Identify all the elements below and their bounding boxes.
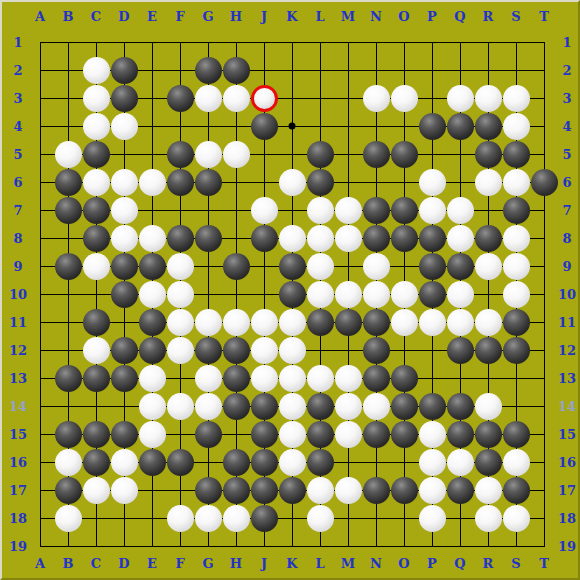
point-L6[interactable] (306, 168, 334, 196)
point-E1[interactable] (138, 28, 166, 56)
point-O14[interactable] (390, 392, 418, 420)
point-F6[interactable] (166, 168, 194, 196)
point-P9[interactable] (418, 252, 446, 280)
point-C11[interactable] (82, 308, 110, 336)
point-G17[interactable] (194, 476, 222, 504)
point-C14[interactable] (82, 392, 110, 420)
point-C18[interactable] (82, 504, 110, 532)
point-O5[interactable] (390, 140, 418, 168)
point-R7[interactable] (474, 196, 502, 224)
point-N5[interactable] (362, 140, 390, 168)
point-L19[interactable] (306, 532, 334, 560)
point-J6[interactable] (250, 168, 278, 196)
point-R4[interactable] (474, 112, 502, 140)
point-L3[interactable] (306, 84, 334, 112)
point-G13[interactable] (194, 364, 222, 392)
point-B18[interactable] (54, 504, 82, 532)
point-R10[interactable] (474, 280, 502, 308)
point-H19[interactable] (222, 532, 250, 560)
point-J9[interactable] (250, 252, 278, 280)
point-D1[interactable] (110, 28, 138, 56)
point-M19[interactable] (334, 532, 362, 560)
point-A1[interactable] (26, 28, 54, 56)
point-N15[interactable] (362, 420, 390, 448)
point-D2[interactable] (110, 56, 138, 84)
point-R17[interactable] (474, 476, 502, 504)
point-A9[interactable] (26, 252, 54, 280)
point-A12[interactable] (26, 336, 54, 364)
point-N4[interactable] (362, 112, 390, 140)
point-K16[interactable] (278, 448, 306, 476)
point-F12[interactable] (166, 336, 194, 364)
point-G3[interactable] (194, 84, 222, 112)
point-S10[interactable] (502, 280, 530, 308)
point-T8[interactable] (530, 224, 558, 252)
point-D18[interactable] (110, 504, 138, 532)
point-Q17[interactable] (446, 476, 474, 504)
point-M12[interactable] (334, 336, 362, 364)
point-A13[interactable] (26, 364, 54, 392)
point-H13[interactable] (222, 364, 250, 392)
point-B12[interactable] (54, 336, 82, 364)
point-S3[interactable] (502, 84, 530, 112)
point-O15[interactable] (390, 420, 418, 448)
point-K9[interactable] (278, 252, 306, 280)
point-H5[interactable] (222, 140, 250, 168)
point-F1[interactable] (166, 28, 194, 56)
point-A16[interactable] (26, 448, 54, 476)
point-E9[interactable] (138, 252, 166, 280)
point-L9[interactable] (306, 252, 334, 280)
point-Q6[interactable] (446, 168, 474, 196)
point-S2[interactable] (502, 56, 530, 84)
point-P19[interactable] (418, 532, 446, 560)
point-A18[interactable] (26, 504, 54, 532)
point-K8[interactable] (278, 224, 306, 252)
point-H7[interactable] (222, 196, 250, 224)
point-S15[interactable] (502, 420, 530, 448)
point-A2[interactable] (26, 56, 54, 84)
point-H11[interactable] (222, 308, 250, 336)
point-S18[interactable] (502, 504, 530, 532)
point-L4[interactable] (306, 112, 334, 140)
point-N14[interactable] (362, 392, 390, 420)
point-T16[interactable] (530, 448, 558, 476)
point-B13[interactable] (54, 364, 82, 392)
point-G4[interactable] (194, 112, 222, 140)
point-B7[interactable] (54, 196, 82, 224)
point-C5[interactable] (82, 140, 110, 168)
point-M13[interactable] (334, 364, 362, 392)
point-N9[interactable] (362, 252, 390, 280)
point-K19[interactable] (278, 532, 306, 560)
point-F10[interactable] (166, 280, 194, 308)
point-S13[interactable] (502, 364, 530, 392)
point-P18[interactable] (418, 504, 446, 532)
point-G1[interactable] (194, 28, 222, 56)
point-P1[interactable] (418, 28, 446, 56)
point-G7[interactable] (194, 196, 222, 224)
point-D13[interactable] (110, 364, 138, 392)
point-A10[interactable] (26, 280, 54, 308)
point-L1[interactable] (306, 28, 334, 56)
point-R16[interactable] (474, 448, 502, 476)
point-F16[interactable] (166, 448, 194, 476)
point-O18[interactable] (390, 504, 418, 532)
point-T4[interactable] (530, 112, 558, 140)
point-H10[interactable] (222, 280, 250, 308)
point-Q14[interactable] (446, 392, 474, 420)
point-N2[interactable] (362, 56, 390, 84)
point-D3[interactable] (110, 84, 138, 112)
point-M17[interactable] (334, 476, 362, 504)
point-A5[interactable] (26, 140, 54, 168)
point-B4[interactable] (54, 112, 82, 140)
point-E10[interactable] (138, 280, 166, 308)
point-R5[interactable] (474, 140, 502, 168)
point-C19[interactable] (82, 532, 110, 560)
point-L12[interactable] (306, 336, 334, 364)
point-T17[interactable] (530, 476, 558, 504)
point-J2[interactable] (250, 56, 278, 84)
point-L16[interactable] (306, 448, 334, 476)
point-G5[interactable] (194, 140, 222, 168)
point-C13[interactable] (82, 364, 110, 392)
point-N18[interactable] (362, 504, 390, 532)
point-Q10[interactable] (446, 280, 474, 308)
point-T13[interactable] (530, 364, 558, 392)
point-S4[interactable] (502, 112, 530, 140)
point-D17[interactable] (110, 476, 138, 504)
point-J11[interactable] (250, 308, 278, 336)
point-D7[interactable] (110, 196, 138, 224)
point-F3[interactable] (166, 84, 194, 112)
point-Q2[interactable] (446, 56, 474, 84)
point-G18[interactable] (194, 504, 222, 532)
point-R12[interactable] (474, 336, 502, 364)
point-P11[interactable] (418, 308, 446, 336)
point-M6[interactable] (334, 168, 362, 196)
point-F15[interactable] (166, 420, 194, 448)
point-E6[interactable] (138, 168, 166, 196)
point-C9[interactable] (82, 252, 110, 280)
point-J10[interactable] (250, 280, 278, 308)
point-P17[interactable] (418, 476, 446, 504)
point-P14[interactable] (418, 392, 446, 420)
point-S11[interactable] (502, 308, 530, 336)
point-Q12[interactable] (446, 336, 474, 364)
point-T12[interactable] (530, 336, 558, 364)
point-B11[interactable] (54, 308, 82, 336)
point-J1[interactable] (250, 28, 278, 56)
point-Q18[interactable] (446, 504, 474, 532)
point-L14[interactable] (306, 392, 334, 420)
point-M18[interactable] (334, 504, 362, 532)
point-B3[interactable] (54, 84, 82, 112)
point-A19[interactable] (26, 532, 54, 560)
point-G14[interactable] (194, 392, 222, 420)
point-H6[interactable] (222, 168, 250, 196)
point-O12[interactable] (390, 336, 418, 364)
point-G10[interactable] (194, 280, 222, 308)
point-H14[interactable] (222, 392, 250, 420)
point-O1[interactable] (390, 28, 418, 56)
point-C7[interactable] (82, 196, 110, 224)
point-R3[interactable] (474, 84, 502, 112)
point-M2[interactable] (334, 56, 362, 84)
point-H3[interactable] (222, 84, 250, 112)
point-D12[interactable] (110, 336, 138, 364)
point-L8[interactable] (306, 224, 334, 252)
point-K11[interactable] (278, 308, 306, 336)
point-C3[interactable] (82, 84, 110, 112)
point-F11[interactable] (166, 308, 194, 336)
point-S9[interactable] (502, 252, 530, 280)
point-K18[interactable] (278, 504, 306, 532)
point-N19[interactable] (362, 532, 390, 560)
point-P15[interactable] (418, 420, 446, 448)
point-E11[interactable] (138, 308, 166, 336)
point-J16[interactable] (250, 448, 278, 476)
point-K5[interactable] (278, 140, 306, 168)
point-P8[interactable] (418, 224, 446, 252)
point-R8[interactable] (474, 224, 502, 252)
point-L10[interactable] (306, 280, 334, 308)
point-T19[interactable] (530, 532, 558, 560)
point-B16[interactable] (54, 448, 82, 476)
point-J17[interactable] (250, 476, 278, 504)
point-L7[interactable] (306, 196, 334, 224)
point-K6[interactable] (278, 168, 306, 196)
point-M15[interactable] (334, 420, 362, 448)
point-P6[interactable] (418, 168, 446, 196)
point-B1[interactable] (54, 28, 82, 56)
point-Q19[interactable] (446, 532, 474, 560)
point-D6[interactable] (110, 168, 138, 196)
point-D8[interactable] (110, 224, 138, 252)
point-A4[interactable] (26, 112, 54, 140)
point-B10[interactable] (54, 280, 82, 308)
point-O17[interactable] (390, 476, 418, 504)
point-N10[interactable] (362, 280, 390, 308)
point-R19[interactable] (474, 532, 502, 560)
point-G15[interactable] (194, 420, 222, 448)
point-K1[interactable] (278, 28, 306, 56)
point-E7[interactable] (138, 196, 166, 224)
point-A14[interactable] (26, 392, 54, 420)
point-D14[interactable] (110, 392, 138, 420)
point-E13[interactable] (138, 364, 166, 392)
point-C4[interactable] (82, 112, 110, 140)
point-O16[interactable] (390, 448, 418, 476)
point-O3[interactable] (390, 84, 418, 112)
point-A8[interactable] (26, 224, 54, 252)
point-R6[interactable] (474, 168, 502, 196)
point-T10[interactable] (530, 280, 558, 308)
point-B2[interactable] (54, 56, 82, 84)
point-K4[interactable] (278, 112, 306, 140)
point-A11[interactable] (26, 308, 54, 336)
point-P12[interactable] (418, 336, 446, 364)
point-B9[interactable] (54, 252, 82, 280)
point-R18[interactable] (474, 504, 502, 532)
point-R15[interactable] (474, 420, 502, 448)
point-Q8[interactable] (446, 224, 474, 252)
point-A15[interactable] (26, 420, 54, 448)
point-K15[interactable] (278, 420, 306, 448)
point-P3[interactable] (418, 84, 446, 112)
point-S6[interactable] (502, 168, 530, 196)
point-F9[interactable] (166, 252, 194, 280)
point-M8[interactable] (334, 224, 362, 252)
point-C8[interactable] (82, 224, 110, 252)
point-E12[interactable] (138, 336, 166, 364)
point-N11[interactable] (362, 308, 390, 336)
point-A7[interactable] (26, 196, 54, 224)
point-E3[interactable] (138, 84, 166, 112)
point-P4[interactable] (418, 112, 446, 140)
point-T18[interactable] (530, 504, 558, 532)
point-L15[interactable] (306, 420, 334, 448)
point-M11[interactable] (334, 308, 362, 336)
point-L13[interactable] (306, 364, 334, 392)
point-R1[interactable] (474, 28, 502, 56)
point-E15[interactable] (138, 420, 166, 448)
point-T1[interactable] (530, 28, 558, 56)
point-R11[interactable] (474, 308, 502, 336)
point-F5[interactable] (166, 140, 194, 168)
point-E16[interactable] (138, 448, 166, 476)
point-K14[interactable] (278, 392, 306, 420)
point-C10[interactable] (82, 280, 110, 308)
point-M14[interactable] (334, 392, 362, 420)
point-M5[interactable] (334, 140, 362, 168)
point-F19[interactable] (166, 532, 194, 560)
point-C15[interactable] (82, 420, 110, 448)
point-D15[interactable] (110, 420, 138, 448)
point-C17[interactable] (82, 476, 110, 504)
point-O8[interactable] (390, 224, 418, 252)
point-R14[interactable] (474, 392, 502, 420)
point-C12[interactable] (82, 336, 110, 364)
point-N12[interactable] (362, 336, 390, 364)
point-B17[interactable] (54, 476, 82, 504)
point-Q16[interactable] (446, 448, 474, 476)
point-Q1[interactable] (446, 28, 474, 56)
point-D16[interactable] (110, 448, 138, 476)
point-O9[interactable] (390, 252, 418, 280)
point-D11[interactable] (110, 308, 138, 336)
point-Q9[interactable] (446, 252, 474, 280)
point-O2[interactable] (390, 56, 418, 84)
point-M16[interactable] (334, 448, 362, 476)
point-N3[interactable] (362, 84, 390, 112)
point-E17[interactable] (138, 476, 166, 504)
point-F7[interactable] (166, 196, 194, 224)
point-O6[interactable] (390, 168, 418, 196)
point-H18[interactable] (222, 504, 250, 532)
point-Q7[interactable] (446, 196, 474, 224)
point-K2[interactable] (278, 56, 306, 84)
point-K3[interactable] (278, 84, 306, 112)
point-J7[interactable] (250, 196, 278, 224)
point-J13[interactable] (250, 364, 278, 392)
point-H8[interactable] (222, 224, 250, 252)
point-C6[interactable] (82, 168, 110, 196)
point-E2[interactable] (138, 56, 166, 84)
point-L2[interactable] (306, 56, 334, 84)
point-F4[interactable] (166, 112, 194, 140)
point-J8[interactable] (250, 224, 278, 252)
point-S8[interactable] (502, 224, 530, 252)
point-S7[interactable] (502, 196, 530, 224)
point-Q4[interactable] (446, 112, 474, 140)
point-O13[interactable] (390, 364, 418, 392)
point-G2[interactable] (194, 56, 222, 84)
point-P5[interactable] (418, 140, 446, 168)
point-M3[interactable] (334, 84, 362, 112)
point-F13[interactable] (166, 364, 194, 392)
point-B15[interactable] (54, 420, 82, 448)
point-J12[interactable] (250, 336, 278, 364)
point-E18[interactable] (138, 504, 166, 532)
point-N7[interactable] (362, 196, 390, 224)
point-N16[interactable] (362, 448, 390, 476)
point-H9[interactable] (222, 252, 250, 280)
point-T7[interactable] (530, 196, 558, 224)
point-L11[interactable] (306, 308, 334, 336)
point-H17[interactable] (222, 476, 250, 504)
point-T14[interactable] (530, 392, 558, 420)
point-E5[interactable] (138, 140, 166, 168)
point-S19[interactable] (502, 532, 530, 560)
point-L18[interactable] (306, 504, 334, 532)
point-N17[interactable] (362, 476, 390, 504)
point-M10[interactable] (334, 280, 362, 308)
point-G11[interactable] (194, 308, 222, 336)
point-T11[interactable] (530, 308, 558, 336)
point-P2[interactable] (418, 56, 446, 84)
point-O11[interactable] (390, 308, 418, 336)
point-N13[interactable] (362, 364, 390, 392)
point-S1[interactable] (502, 28, 530, 56)
point-P16[interactable] (418, 448, 446, 476)
point-P13[interactable] (418, 364, 446, 392)
point-M4[interactable] (334, 112, 362, 140)
point-Q11[interactable] (446, 308, 474, 336)
point-D5[interactable] (110, 140, 138, 168)
point-P10[interactable] (418, 280, 446, 308)
point-C1[interactable] (82, 28, 110, 56)
point-H1[interactable] (222, 28, 250, 56)
point-J5[interactable] (250, 140, 278, 168)
point-B19[interactable] (54, 532, 82, 560)
point-F18[interactable] (166, 504, 194, 532)
point-H4[interactable] (222, 112, 250, 140)
point-K10[interactable] (278, 280, 306, 308)
point-N6[interactable] (362, 168, 390, 196)
point-R13[interactable] (474, 364, 502, 392)
point-E14[interactable] (138, 392, 166, 420)
point-N1[interactable] (362, 28, 390, 56)
point-S16[interactable] (502, 448, 530, 476)
point-B5[interactable] (54, 140, 82, 168)
point-Q5[interactable] (446, 140, 474, 168)
point-F8[interactable] (166, 224, 194, 252)
point-L17[interactable] (306, 476, 334, 504)
point-J15[interactable] (250, 420, 278, 448)
point-F14[interactable] (166, 392, 194, 420)
